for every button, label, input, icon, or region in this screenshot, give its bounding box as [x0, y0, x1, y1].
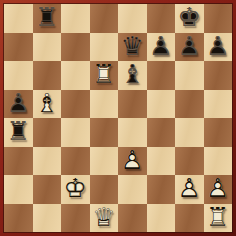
square-e4[interactable]	[118, 118, 147, 147]
square-a2[interactable]	[4, 175, 33, 204]
square-d4[interactable]	[90, 118, 119, 147]
square-d6[interactable]: ♜♖	[90, 61, 119, 90]
square-f1[interactable]	[147, 204, 176, 233]
square-d5[interactable]	[90, 90, 119, 119]
white-rook[interactable]: ♜♖	[90, 61, 119, 90]
square-h4[interactable]	[204, 118, 233, 147]
square-e5[interactable]	[118, 90, 147, 119]
square-c7[interactable]	[61, 33, 90, 62]
square-d3[interactable]	[90, 147, 119, 176]
white-pawn[interactable]: ♟♙	[118, 147, 147, 176]
square-e7[interactable]: ♛♕	[118, 33, 147, 62]
square-h2[interactable]: ♟♙	[204, 175, 233, 204]
black-pawn[interactable]: ♟♙	[204, 33, 233, 62]
square-b4[interactable]	[33, 118, 62, 147]
square-g8[interactable]: ♚♔	[175, 4, 204, 33]
square-c6[interactable]	[61, 61, 90, 90]
square-e8[interactable]	[118, 4, 147, 33]
square-c4[interactable]	[61, 118, 90, 147]
square-c8[interactable]	[61, 4, 90, 33]
square-g1[interactable]	[175, 204, 204, 233]
square-e2[interactable]	[118, 175, 147, 204]
square-g5[interactable]	[175, 90, 204, 119]
square-d2[interactable]	[90, 175, 119, 204]
square-h7[interactable]: ♟♙	[204, 33, 233, 62]
square-f5[interactable]	[147, 90, 176, 119]
square-h8[interactable]	[204, 4, 233, 33]
square-b5[interactable]: ♝♗	[33, 90, 62, 119]
square-a8[interactable]	[4, 4, 33, 33]
square-a6[interactable]	[4, 61, 33, 90]
square-d1[interactable]: ♛♕	[90, 204, 119, 233]
white-queen[interactable]: ♛♕	[90, 204, 119, 233]
square-a4[interactable]: ♜♖	[4, 118, 33, 147]
black-king[interactable]: ♚♔	[175, 4, 204, 33]
square-b6[interactable]	[33, 61, 62, 90]
square-e3[interactable]: ♟♙	[118, 147, 147, 176]
square-h1[interactable]: ♜♖	[204, 204, 233, 233]
square-a5[interactable]: ♟♙	[4, 90, 33, 119]
square-d7[interactable]	[90, 33, 119, 62]
square-f3[interactable]	[147, 147, 176, 176]
square-b7[interactable]	[33, 33, 62, 62]
white-bishop[interactable]: ♝♗	[33, 90, 62, 119]
square-b2[interactable]	[33, 175, 62, 204]
square-h3[interactable]	[204, 147, 233, 176]
square-b1[interactable]	[33, 204, 62, 233]
square-c2[interactable]: ♚♔	[61, 175, 90, 204]
square-f4[interactable]	[147, 118, 176, 147]
black-pawn[interactable]: ♟♙	[4, 90, 33, 119]
square-a7[interactable]	[4, 33, 33, 62]
square-c5[interactable]	[61, 90, 90, 119]
black-rook[interactable]: ♜♖	[33, 4, 62, 33]
square-e1[interactable]	[118, 204, 147, 233]
black-bishop[interactable]: ♝♗	[118, 61, 147, 90]
square-a3[interactable]	[4, 147, 33, 176]
square-g7[interactable]: ♟♙	[175, 33, 204, 62]
square-g2[interactable]: ♟♙	[175, 175, 204, 204]
square-b8[interactable]: ♜♖	[33, 4, 62, 33]
white-pawn[interactable]: ♟♙	[175, 175, 204, 204]
black-queen[interactable]: ♛♕	[118, 33, 147, 62]
black-pawn[interactable]: ♟♙	[147, 33, 176, 62]
square-d8[interactable]	[90, 4, 119, 33]
square-a1[interactable]	[4, 204, 33, 233]
square-e6[interactable]: ♝♗	[118, 61, 147, 90]
square-b3[interactable]	[33, 147, 62, 176]
square-f2[interactable]	[147, 175, 176, 204]
square-f6[interactable]	[147, 61, 176, 90]
square-g6[interactable]	[175, 61, 204, 90]
board-frame: ♜♖♚♔♛♕♟♙♟♙♟♙♜♖♝♗♟♙♝♗♜♖♟♙♚♔♟♙♟♙♛♕♜♖	[0, 0, 236, 236]
square-h6[interactable]	[204, 61, 233, 90]
white-king[interactable]: ♚♔	[61, 175, 90, 204]
black-pawn[interactable]: ♟♙	[175, 33, 204, 62]
square-g4[interactable]	[175, 118, 204, 147]
square-f8[interactable]	[147, 4, 176, 33]
square-g3[interactable]	[175, 147, 204, 176]
square-c3[interactable]	[61, 147, 90, 176]
square-f7[interactable]: ♟♙	[147, 33, 176, 62]
black-rook[interactable]: ♜♖	[4, 118, 33, 147]
chess-board: ♜♖♚♔♛♕♟♙♟♙♟♙♜♖♝♗♟♙♝♗♜♖♟♙♚♔♟♙♟♙♛♕♜♖	[4, 4, 232, 232]
square-h5[interactable]	[204, 90, 233, 119]
white-pawn[interactable]: ♟♙	[204, 175, 233, 204]
square-c1[interactable]	[61, 204, 90, 233]
white-rook[interactable]: ♜♖	[204, 204, 233, 233]
